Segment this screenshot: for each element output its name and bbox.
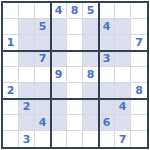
given-digit: 4 — [103, 21, 111, 32]
cell-r1c4[interactable]: 4 — [51, 3, 67, 19]
given-digit: 4 — [55, 5, 63, 16]
given-digit: 7 — [39, 53, 47, 64]
cell-r1c8[interactable] — [115, 3, 131, 19]
cell-r4c1[interactable] — [3, 51, 19, 67]
cell-r3c9[interactable]: 7 — [131, 35, 147, 51]
given-digit: 8 — [71, 5, 79, 16]
given-digit: 3 — [103, 53, 111, 64]
cell-r5c5[interactable] — [67, 67, 83, 83]
cell-r3c6[interactable] — [83, 35, 99, 51]
cell-r1c5[interactable]: 8 — [67, 3, 83, 19]
cell-r9c5[interactable] — [67, 131, 83, 147]
given-digit: 7 — [119, 134, 127, 145]
cell-r6c8[interactable] — [115, 83, 131, 99]
cell-r5c7[interactable] — [99, 67, 115, 83]
cell-r9c7[interactable] — [99, 131, 115, 147]
given-digit: 5 — [87, 5, 95, 16]
cell-r8c6[interactable] — [83, 115, 99, 131]
cell-r7c8[interactable]: 4 — [115, 99, 131, 115]
cell-r9c4[interactable] — [51, 131, 67, 147]
cell-r7c6[interactable] — [83, 99, 99, 115]
given-digit: 3 — [23, 134, 31, 145]
cell-r4c9[interactable] — [131, 51, 147, 67]
cell-r3c2[interactable] — [19, 35, 35, 51]
cell-r2c3[interactable]: 5 — [35, 19, 51, 35]
given-digit: 1 — [7, 37, 15, 48]
cell-r9c2[interactable]: 3 — [19, 131, 35, 147]
cell-r8c7[interactable]: 6 — [99, 115, 115, 131]
cell-r8c2[interactable] — [19, 115, 35, 131]
cell-r9c6[interactable] — [83, 131, 99, 147]
cell-r4c5[interactable] — [67, 51, 83, 67]
cell-r1c6[interactable]: 5 — [83, 3, 99, 19]
cell-r5c2[interactable] — [19, 67, 35, 83]
given-digit: 2 — [7, 85, 15, 96]
cell-r1c1[interactable] — [3, 3, 19, 19]
cell-r4c6[interactable] — [83, 51, 99, 67]
cell-r3c1[interactable]: 1 — [3, 35, 19, 51]
box-border-horizontal-2 — [3, 98, 147, 100]
given-digit: 6 — [103, 117, 111, 128]
given-digit: 5 — [39, 21, 47, 32]
cell-r7c9[interactable] — [131, 99, 147, 115]
cell-r9c3[interactable] — [35, 131, 51, 147]
cell-r6c2[interactable] — [19, 83, 35, 99]
cell-r8c4[interactable] — [51, 115, 67, 131]
cell-r2c6[interactable] — [83, 19, 99, 35]
given-digit: 9 — [55, 69, 63, 80]
box-border-horizontal-1 — [3, 50, 147, 52]
sudoku-board: 4855417739828244637 — [1, 1, 149, 149]
cell-r8c3[interactable]: 4 — [35, 115, 51, 131]
given-digit: 8 — [87, 69, 95, 80]
given-digit: 8 — [135, 85, 143, 96]
cell-r5c3[interactable] — [35, 67, 51, 83]
sudoku-grid: 4855417739828244637 — [3, 3, 147, 147]
cell-r2c2[interactable] — [19, 19, 35, 35]
cell-r5c6[interactable]: 8 — [83, 67, 99, 83]
cell-r1c2[interactable] — [19, 3, 35, 19]
given-digit: 4 — [39, 117, 47, 128]
cell-r2c9[interactable] — [131, 19, 147, 35]
cell-r7c4[interactable] — [51, 99, 67, 115]
given-digit: 4 — [119, 101, 127, 112]
cell-r3c3[interactable] — [35, 35, 51, 51]
cell-r2c5[interactable] — [67, 19, 83, 35]
cell-r9c8[interactable]: 7 — [115, 131, 131, 147]
cell-r6c4[interactable] — [51, 83, 67, 99]
cell-r3c4[interactable] — [51, 35, 67, 51]
cell-r6c9[interactable]: 8 — [131, 83, 147, 99]
cell-r5c1[interactable] — [3, 67, 19, 83]
cell-r3c7[interactable] — [99, 35, 115, 51]
cell-r9c1[interactable] — [3, 131, 19, 147]
given-digit: 2 — [23, 101, 31, 112]
box-border-vertical-1 — [50, 3, 52, 147]
cell-r1c3[interactable] — [35, 3, 51, 19]
box-border-vertical-2 — [98, 3, 100, 147]
cell-r5c4[interactable]: 9 — [51, 67, 67, 83]
cell-r6c5[interactable] — [67, 83, 83, 99]
cell-r6c7[interactable] — [99, 83, 115, 99]
cell-r4c3[interactable]: 7 — [35, 51, 51, 67]
cell-r6c3[interactable] — [35, 83, 51, 99]
cell-r6c1[interactable]: 2 — [3, 83, 19, 99]
cell-r8c5[interactable] — [67, 115, 83, 131]
cell-r7c3[interactable] — [35, 99, 51, 115]
cell-r3c5[interactable] — [67, 35, 83, 51]
cell-r2c1[interactable] — [3, 19, 19, 35]
cell-r7c5[interactable] — [67, 99, 83, 115]
cell-r8c9[interactable] — [131, 115, 147, 131]
cell-r7c2[interactable]: 2 — [19, 99, 35, 115]
cell-r4c8[interactable] — [115, 51, 131, 67]
cell-r2c8[interactable] — [115, 19, 131, 35]
cell-r5c8[interactable] — [115, 67, 131, 83]
cell-r7c1[interactable] — [3, 99, 19, 115]
cell-r6c6[interactable] — [83, 83, 99, 99]
cell-r3c8[interactable] — [115, 35, 131, 51]
cell-r7c7[interactable] — [99, 99, 115, 115]
cell-r8c1[interactable] — [3, 115, 19, 131]
cell-r4c2[interactable] — [19, 51, 35, 67]
cell-r1c7[interactable] — [99, 3, 115, 19]
cell-r2c7[interactable]: 4 — [99, 19, 115, 35]
cell-r8c8[interactable] — [115, 115, 131, 131]
given-digit: 7 — [135, 37, 143, 48]
cell-r4c4[interactable] — [51, 51, 67, 67]
cell-r5c9[interactable] — [131, 67, 147, 83]
cell-r1c9[interactable] — [131, 3, 147, 19]
cell-r4c7[interactable]: 3 — [99, 51, 115, 67]
cell-r9c9[interactable] — [131, 131, 147, 147]
cell-r2c4[interactable] — [51, 19, 67, 35]
